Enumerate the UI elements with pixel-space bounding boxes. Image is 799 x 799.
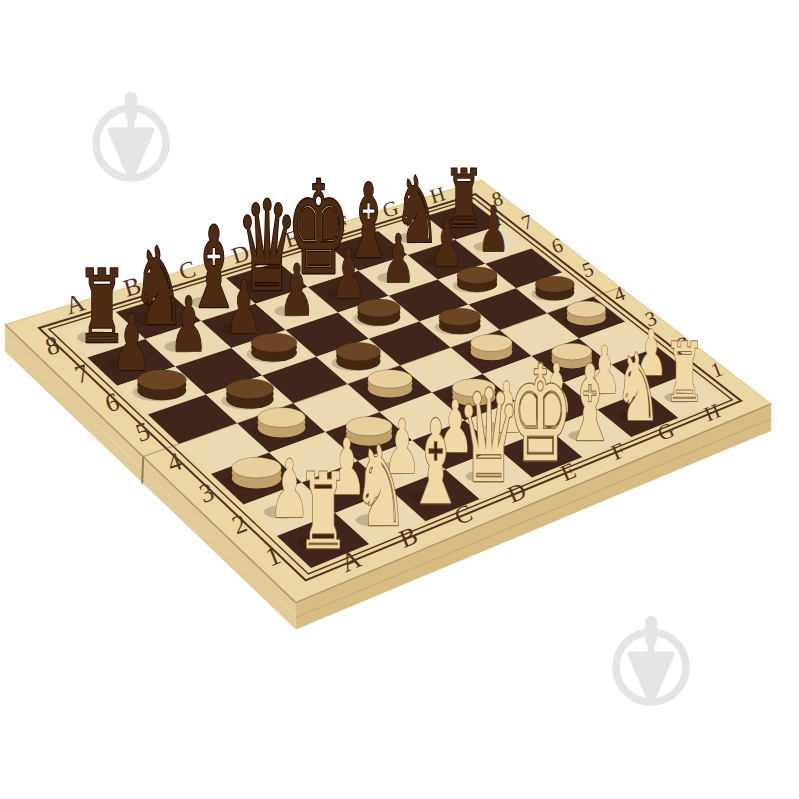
piece-light-r-h1: ♜: [664, 326, 705, 421]
svg-text:♟: ♟: [331, 235, 365, 314]
checker-light-f4: [466, 334, 512, 361]
piece-dark-p-f7: ♟: [377, 220, 415, 298]
watermark-2: [616, 616, 686, 702]
svg-text:♟: ♟: [170, 281, 208, 369]
piece-light-q-d1: ♛: [457, 362, 521, 510]
watermark-trowel-handle: [645, 616, 657, 645]
svg-text:♝: ♝: [407, 395, 465, 530]
watermark-trowel-blade-icon: [630, 654, 672, 699]
checker-dark-e6: [353, 299, 400, 327]
piece-light-b-c1: ♝: [407, 395, 465, 530]
svg-text:♟: ♟: [382, 220, 415, 298]
checker-dark-b5: [221, 379, 273, 410]
checker-dark-d5: [332, 343, 381, 372]
piece-dark-p-e7: ♟: [327, 235, 366, 314]
checker-dark-a6: [132, 370, 186, 402]
fold-seam-side: [142, 457, 143, 484]
piece-light-n-b1: ♞: [353, 422, 408, 551]
piece-dark-p-g7: ♟: [426, 207, 462, 281]
piece-dark-p-b7: ♟: [164, 281, 207, 369]
checker-dark-f5: [435, 308, 481, 335]
product-photo: AABBCCDDEEFFGGHH8877665544332211♜♞♟♝♟♚♟♛…: [0, 0, 799, 799]
svg-text:♟: ♟: [279, 250, 314, 333]
svg-text:♜: ♜: [297, 452, 349, 573]
checker-dark-c6: [247, 333, 297, 362]
chess-checkers-board-scene: AABBCCDDEEFFGGHH8877665544332211♜♞♟♝♟♚♟♛…: [0, 0, 799, 799]
checker-light-b4: [253, 408, 306, 439]
checker-dark-g6: [453, 267, 497, 293]
svg-text:♛: ♛: [457, 362, 521, 510]
piece-light-n-g1: ♞: [615, 334, 661, 443]
svg-text:♟: ♟: [478, 192, 509, 265]
piece-dark-p-d7: ♟: [274, 250, 314, 333]
watermark-trowel-handle: [125, 92, 137, 121]
piece-light-r-a1: ♜: [297, 452, 349, 573]
checker-dark-h5: [531, 276, 574, 301]
svg-text:♜: ♜: [664, 326, 705, 421]
watermark-trowel-blade-icon: [110, 130, 152, 175]
checker-light-d4: [363, 370, 412, 399]
svg-text:♟: ♟: [431, 207, 463, 281]
piece-dark-p-h7: ♟: [474, 192, 509, 265]
svg-text:♞: ♞: [353, 422, 408, 551]
watermark-1: [96, 92, 166, 178]
svg-text:♞: ♞: [615, 334, 661, 443]
checker-light-h4: [563, 301, 606, 326]
